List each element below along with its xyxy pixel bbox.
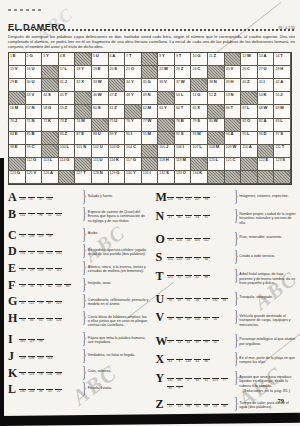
answer-blanks: 572912872117 [19, 265, 81, 272]
cell-number: 55 [275, 93, 279, 97]
definition-letter: B [8, 209, 19, 219]
grid-cell: 20S [109, 66, 126, 79]
cell-number: 58 [43, 106, 47, 110]
cell-letter: G [48, 106, 51, 110]
grid-cell: 56M [9, 105, 26, 118]
grid-cell: 126A [42, 171, 59, 184]
clue-text: Aparato que sirve para introducir líquid… [239, 375, 297, 388]
letter-blank: 107 [194, 194, 202, 201]
clue-text: Cierta blusa de faldones amplios; las o … [88, 315, 150, 328]
letter-blank: 65 [37, 315, 45, 322]
cell-letter: N [100, 171, 103, 175]
grid-cell: 69M [274, 105, 291, 118]
grid-cell: 131I [142, 171, 159, 184]
grid-cell: 41I [258, 79, 275, 92]
cell-number: 85 [27, 132, 31, 136]
grid-cell: 85B [26, 132, 43, 145]
grid-cell: 14T [274, 53, 291, 66]
cell-number: 117 [126, 158, 132, 162]
cell-letter: V [33, 171, 36, 175]
blank-number: 118 [56, 285, 61, 289]
blank-number: 130 [47, 319, 52, 323]
cell-number: 27 [259, 67, 263, 71]
letter-blank: 57 [19, 265, 27, 272]
answer-blanks: 76599526513234 [167, 296, 233, 303]
blank-number: 6 [40, 285, 42, 289]
grid-cell-shaded [158, 132, 175, 145]
cell-number: 57 [27, 106, 31, 110]
blank-number: 29 [30, 269, 34, 273]
answer-blanks: 205466211884 [19, 282, 81, 289]
cell-letter: W [164, 67, 168, 71]
letter-blank: 130 [46, 315, 54, 322]
cell-letter: L [216, 158, 219, 162]
blank-number: 75 [21, 319, 25, 323]
cell-number: 16 [27, 67, 31, 71]
cell-letter: M [280, 106, 284, 110]
cell-number: 120 [209, 158, 215, 162]
cell-number: 100 [60, 145, 66, 149]
blank-number: 72 [48, 269, 52, 273]
grid-cell-shaded [274, 171, 291, 184]
cell-number: 90 [126, 132, 130, 136]
cell-number: 10 [192, 54, 196, 58]
letter-blank: 31 [176, 273, 184, 280]
blank-number: 114 [168, 258, 173, 262]
grid-cell-shaded [258, 145, 275, 158]
blank-number: 74 [177, 198, 181, 202]
cell-letter: M [148, 106, 152, 110]
grid-cell: 47Z [109, 92, 126, 105]
blank-number: 105 [195, 239, 200, 243]
grid-cell-shaded [225, 171, 242, 184]
cell-letter: L [181, 93, 184, 97]
cell-number: 59 [60, 106, 64, 110]
blank-number: 46 [177, 379, 181, 383]
cell-letter: V [15, 67, 18, 71]
cell-letter: W [264, 106, 268, 110]
letter-blank: 88 [203, 273, 211, 280]
clue-text: Nombre propio; ciudad de la región levan… [239, 212, 297, 225]
cell-number: 106 [176, 145, 182, 149]
blank-number: 26 [195, 299, 199, 303]
cell-letter: H [280, 67, 283, 71]
brace-glyph: } [83, 381, 87, 398]
cell-letter: I [183, 145, 184, 149]
blank-number: 20 [21, 285, 25, 289]
blank-number: 34 [222, 299, 226, 303]
blank-number: 120 [177, 258, 182, 262]
cell-number: 28 [275, 67, 279, 71]
letter-blank: 126 [55, 315, 63, 322]
cell-number: 25 [226, 67, 230, 71]
cell-number: 111 [275, 145, 280, 149]
definition-letter: L [8, 384, 19, 394]
cell-letter: W [247, 54, 251, 58]
grid-cell: 125V [26, 171, 43, 184]
cell-number: 48 [126, 93, 130, 97]
letter-blank: 78 [46, 232, 54, 239]
definition-item-D: D13112110125130}En ajedrez, apertura cél… [8, 246, 150, 256]
letter-blank: 121 [28, 298, 36, 305]
letter-blank: 3 [176, 356, 184, 363]
cell-number: 65 [192, 106, 196, 110]
blank-number: 101 [56, 214, 61, 218]
cell-letter: C [31, 145, 34, 149]
cell-number: 3 [43, 54, 45, 58]
answer-blanks: 8112424105112 [167, 236, 233, 243]
cell-letter: I [150, 171, 151, 175]
cell-number: 45 [60, 93, 64, 97]
puzzle-instructions: Después de averiguar las palabras cuyas … [8, 34, 295, 49]
blank-number: 12 [21, 302, 25, 306]
grid-cell-shaded [9, 92, 26, 105]
grid-cell-shaded [258, 171, 275, 184]
cell-letter: U [99, 158, 102, 162]
cell-number: 123 [275, 158, 281, 162]
letter-blank: 125 [46, 248, 54, 255]
grid-cell: 4X [59, 53, 76, 66]
blank-number: 94 [21, 373, 25, 377]
cell-letter: T [282, 145, 285, 149]
cell-number: 86 [60, 132, 64, 136]
blank-number: 86 [204, 360, 208, 364]
cell-number: 33 [93, 80, 97, 84]
cell-number: 4 [60, 54, 62, 58]
cell-letter: Y [81, 67, 84, 71]
letter-blank: 2 [185, 375, 193, 382]
definition-letter: S [156, 252, 167, 262]
letter-blank: 86 [203, 356, 211, 363]
cell-number: 101 [76, 145, 82, 149]
letter-blank: 132 [167, 375, 175, 382]
grid-cell: 116K [109, 158, 126, 171]
grid-cell: 36V [158, 79, 175, 92]
answer-blanks: 1267412110793 [167, 194, 233, 201]
grid-cell-shaded [208, 132, 225, 145]
cell-letter: J [15, 119, 17, 123]
clue-text: Imágenes, visiones, espectros. [239, 194, 288, 198]
blank-number: 125 [168, 276, 173, 280]
cell-number: 108 [209, 145, 215, 149]
cell-letter: Y [131, 119, 134, 123]
grid-cell: 23Z [175, 66, 192, 79]
cell-number: 38 [209, 80, 213, 84]
definition-item-O: O8112424105112}Ruin, miserable; avarient… [156, 234, 298, 244]
letter-blank: 118 [19, 353, 27, 360]
grid-cell: 17L [59, 66, 76, 79]
grid-cell: 79S [191, 119, 208, 132]
letter-blank: 39 [185, 314, 193, 321]
cell-letter: G [197, 93, 200, 97]
grid-cell: 67L [241, 105, 258, 118]
cell-number: 64 [176, 106, 180, 110]
definition-letter: C [8, 230, 19, 240]
answer-blanks: 5866391164150 [167, 314, 233, 321]
letter-blank: 76 [167, 296, 175, 303]
definition-item-E: E572912872117}Afónica, ronca; a la inver… [8, 263, 150, 273]
grid-cell: 59Z [59, 105, 76, 118]
grid-cell: 104C [125, 145, 142, 158]
letter-blank: 121 [185, 194, 193, 201]
cell-letter: S [166, 171, 169, 175]
blank-number: 45 [30, 319, 34, 323]
grid-cell: 97S [274, 132, 291, 145]
cell-number: 96 [259, 132, 263, 136]
cell-number: 9 [176, 54, 178, 58]
cell-number: 47 [110, 93, 114, 97]
letter-blank: 100 [19, 194, 27, 201]
blank-number: 58 [168, 318, 172, 322]
grid-cell: 37W [175, 79, 192, 92]
blank-number: 108 [29, 357, 34, 361]
cell-letter: G [197, 54, 200, 58]
cell-number: 1 [10, 54, 12, 58]
letter-blank: 118 [55, 282, 63, 289]
cell-number: 94 [226, 132, 230, 136]
answer-blanks: 114120287048 [167, 254, 233, 261]
cell-letter: E [15, 145, 18, 149]
cell-number: 126 [43, 171, 49, 175]
letter-blank: 60 [176, 213, 184, 220]
letter-blank: 54 [28, 282, 36, 289]
letter-blank: 23 [212, 401, 220, 408]
cell-letter: A [249, 145, 252, 149]
blank-number: 39 [186, 318, 190, 322]
cell-letter: X [63, 54, 66, 58]
cell-number: 35 [143, 80, 147, 84]
grid-cell-shaded [191, 79, 208, 92]
cell-letter: A [264, 54, 267, 58]
definition-item-H: H754565130126}Cierta blusa de faldones a… [8, 313, 150, 328]
answer-blanks: 12279651101 [19, 211, 81, 218]
blank-number: 119 [29, 340, 34, 344]
clue-text: Insípido, soso. [88, 281, 111, 285]
letter-blank: 123 [212, 375, 220, 382]
grid-cell: 42A [274, 79, 291, 92]
blank-number: 63 [168, 360, 172, 364]
letter-blank: 68 [203, 401, 211, 408]
cell-letter: G [148, 80, 151, 84]
blank-number: 102 [47, 198, 52, 202]
cell-number: 73 [60, 119, 64, 123]
letter-blank: 46 [176, 375, 184, 382]
cell-letter: S [197, 119, 200, 123]
blank-number: 88 [204, 276, 208, 280]
blank-number: 130 [56, 252, 61, 256]
cell-letter: A [280, 80, 283, 84]
letter-blank: 47 [28, 194, 36, 201]
cell-letter: O [183, 171, 186, 175]
blank-number: 51 [48, 214, 52, 218]
cell-letter: U [114, 119, 117, 123]
grid-cell: 95L [241, 132, 258, 145]
cell-letter: L [247, 106, 250, 110]
definition-item-U: U76599526513234}Tranquilo, sosegado. [156, 294, 298, 304]
blank-number: 61 [204, 379, 208, 383]
letter-blank: 70 [194, 254, 202, 261]
blank-number: 5 [205, 299, 207, 303]
blank-number: 13 [177, 341, 181, 345]
cell-number: 19 [93, 67, 97, 71]
letter-blank: 6 [37, 282, 45, 289]
brace-glyph: } [83, 205, 87, 222]
grid-cell: 8Y [158, 53, 175, 66]
blank-number: 43 [186, 341, 190, 345]
cell-letter: K [199, 171, 202, 175]
letter-blank: 93 [203, 194, 211, 201]
letter-blank: 15 [176, 401, 184, 408]
cell-letter: U [31, 80, 34, 84]
grid-cell: 110A [241, 145, 258, 158]
blank-number: 15 [177, 405, 181, 409]
cell-letter: Y [162, 54, 165, 58]
cell-number: 43 [27, 93, 31, 97]
blank-number: 92 [195, 405, 199, 409]
cell-number: 20 [110, 67, 114, 71]
letter-blank: 37 [37, 194, 45, 201]
cell-letter: W [148, 119, 152, 123]
cell-number: 7 [126, 54, 128, 58]
letter-blank: 27 [167, 338, 175, 345]
definition-item-Z: Z11159892682356}Tiempo de calor; para el… [156, 399, 298, 409]
cell-number: 60 [93, 106, 97, 110]
blank-number: 54 [30, 285, 34, 289]
blank-number: 100 [20, 198, 25, 202]
cell-number: 115 [93, 158, 99, 162]
grid-cell: 26C [241, 66, 258, 79]
letter-blank: 102 [46, 194, 54, 201]
blank-number: 112 [204, 239, 209, 243]
cell-number: 53 [226, 93, 230, 97]
cell-letter: G [29, 54, 32, 58]
letter-blank: 66 [176, 314, 184, 321]
answer-blanks: 9412378134109 [19, 370, 81, 377]
cell-letter: W [98, 93, 102, 97]
answer-blanks: 27601225391 [167, 213, 233, 220]
letter-blank: 126 [167, 194, 175, 201]
blank-number: 47 [30, 198, 34, 202]
cell-number: 116 [110, 158, 116, 162]
letter-blank: 117 [55, 265, 63, 272]
letter-blank: 123 [28, 370, 36, 377]
grid-cell-shaded [42, 66, 59, 79]
grid-cell: 43V [26, 92, 43, 105]
definition-letter: V [156, 312, 167, 322]
letter-blank: 134 [46, 370, 54, 377]
grid-cell: 22W [158, 66, 175, 79]
cell-letter: Z [214, 54, 217, 58]
cell-number: 83 [275, 119, 279, 123]
grid-cell: 103O [109, 145, 126, 158]
definition-letter: A [8, 192, 19, 202]
grid-cell: 119M [175, 158, 192, 171]
brace-glyph: } [234, 396, 238, 413]
cell-number: 66 [226, 106, 230, 110]
blank-number: 79 [39, 302, 43, 306]
cell-number: 82 [259, 119, 263, 123]
letter-blank: 42 [194, 273, 202, 280]
cell-number: 118 [159, 158, 165, 162]
grid-cell: 91M [142, 132, 159, 145]
answer-blanks: 10211990 [19, 336, 81, 343]
blank-number: 77 [222, 379, 226, 383]
cell-letter: U [96, 54, 99, 58]
cell-number: 46 [93, 93, 97, 97]
cell-number: 89 [110, 132, 114, 136]
clue-text: Ruin, miserable; avariento. [239, 235, 282, 239]
blank-number: 132 [168, 379, 173, 383]
blank-number: 32 [213, 341, 217, 345]
letter-blank: 45 [28, 315, 36, 322]
cell-letter: Y [164, 106, 167, 110]
grid-cell: 118H [158, 158, 175, 171]
blank-number: 7 [31, 214, 33, 218]
grid-cell: 68W [258, 105, 275, 118]
cell-number: 44 [43, 93, 47, 97]
letter-blank: 130 [55, 248, 63, 255]
cell-number: 128 [93, 171, 99, 175]
definitions-left-column: A1004737102}Salada y fuerte.B12279651101… [8, 192, 150, 418]
blank-number: 56 [222, 405, 226, 409]
clue-text: Especie de sainete de (Juan) del Encina … [88, 210, 150, 223]
grid-cell: 2G [26, 53, 43, 66]
cell-letter: T [83, 171, 86, 175]
definition-item-A: A1004737102}Salada y fuerte. [8, 192, 150, 202]
grid-cell-shaded [225, 53, 242, 66]
grid-cell: 32X [75, 79, 92, 92]
letter-blank: 116 [194, 314, 202, 321]
grid-cell: 99C [26, 145, 43, 158]
cell-letter: D [264, 132, 267, 136]
grid-cell: 117G [125, 158, 142, 171]
dotted-rule [8, 29, 295, 31]
brace-glyph: } [234, 189, 238, 206]
letter-blank: 7 [28, 211, 36, 218]
cell-letter: Z [65, 119, 68, 123]
cell-number: 80 [209, 119, 213, 123]
clue-text: Árabe. [88, 231, 99, 235]
cell-number: 97 [275, 132, 279, 136]
cell-number: 125 [27, 171, 33, 175]
cell-number: 39 [226, 80, 230, 84]
letter-blank: 81 [167, 236, 175, 243]
cell-letter: Y [114, 132, 117, 136]
cell-letter: A [50, 171, 53, 175]
cell-number: 119 [176, 158, 182, 162]
cell-letter: A [230, 132, 233, 136]
blank-number: 114 [47, 357, 52, 361]
clue-text: En ajedrez, apertura célebre; jugada ini… [88, 248, 150, 257]
grid-cell: 21O [125, 66, 142, 79]
blank-number: 62 [48, 285, 52, 289]
cell-letter: M [197, 132, 201, 136]
grid-cell: 72K [42, 119, 59, 132]
cell-number: 51 [192, 93, 196, 97]
grid-cell: 65X [191, 105, 208, 118]
grid-cell: 128N [92, 171, 109, 184]
blank-number: 12 [30, 252, 34, 256]
brace-glyph: } [234, 309, 238, 326]
grid-cell-shaded [75, 158, 92, 171]
cell-letter: E [81, 132, 84, 136]
cell-letter: G [66, 158, 69, 162]
blank-number: 53 [195, 216, 199, 220]
blank-number: 64 [195, 379, 199, 383]
cell-number: 77 [143, 119, 147, 123]
blank-number: 116 [195, 318, 200, 322]
grid-cell: 53N [225, 92, 242, 105]
